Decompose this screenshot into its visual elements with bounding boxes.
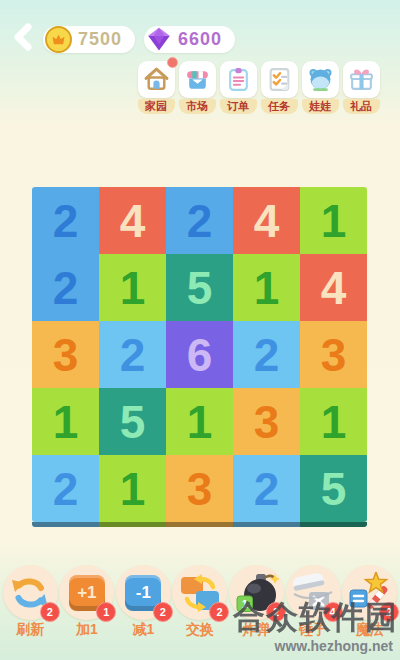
tile-r4c4[interactable]: 3: [233, 388, 300, 455]
tile-value: 3: [187, 466, 213, 512]
tile-r4c3[interactable]: 1: [166, 388, 233, 455]
tile-value: 1: [53, 399, 79, 445]
notification-dot: [167, 57, 178, 68]
coin-value: 7500: [78, 29, 122, 50]
tool-magic-button[interactable]: 2: [342, 565, 397, 620]
svg-text:1: 1: [241, 598, 247, 610]
tile-r2c3[interactable]: 5: [166, 254, 233, 321]
market-stall-icon: [179, 61, 216, 98]
board-grid: 2424121514326231513121325: [32, 187, 367, 522]
tile-r1c4[interactable]: 4: [233, 187, 300, 254]
tool-label: 锤子: [299, 621, 327, 639]
tool-label: 刷新: [16, 621, 44, 639]
menu-item-label: 订单: [220, 99, 257, 114]
tile-r3c1[interactable]: 3: [32, 321, 99, 388]
board-bottom-shadow: [32, 522, 367, 527]
menu-row: 家园市场订单任务娃娃礼品: [137, 61, 380, 114]
tool-minus-one[interactable]: -12减1: [115, 565, 171, 639]
tile-value: 1: [321, 399, 347, 445]
tile-value: 4: [254, 198, 280, 244]
tile-r1c3[interactable]: 2: [166, 187, 233, 254]
checklist-icon: [261, 61, 298, 98]
gem-value: 6600: [178, 29, 222, 50]
gold-coin-crown-icon: [45, 26, 72, 53]
tool-count-badge: 2: [209, 602, 229, 622]
tile-r3c2[interactable]: 2: [99, 321, 166, 388]
tool-swap[interactable]: 2交换: [172, 565, 228, 639]
tile-value: 1: [254, 265, 280, 311]
tile-value: 2: [120, 332, 146, 378]
gem-counter[interactable]: 6600: [144, 26, 235, 53]
game-screen: 7500 6600 家园市场订单任务娃娃礼品 24241215143262315…: [0, 0, 400, 660]
tile-value: 5: [120, 399, 146, 445]
tile-r1c5[interactable]: 1: [300, 187, 367, 254]
tool-bomb[interactable]: 12炸弹: [229, 565, 285, 639]
tile-value: 2: [254, 332, 280, 378]
bear-doll-icon: [302, 61, 339, 98]
gift-box-icon: [343, 61, 380, 98]
coin-counter[interactable]: 7500: [43, 26, 135, 53]
tile-value: 1: [321, 198, 347, 244]
tile-r4c5[interactable]: 1: [300, 388, 367, 455]
tool-hammer-button[interactable]: 4: [286, 565, 341, 620]
tool-bar: 2刷新+11加1-12减12交换12炸弹4锤子2魔法: [0, 565, 400, 639]
tile-value: 1: [187, 399, 213, 445]
menu-item-market[interactable]: 市场: [178, 61, 216, 114]
menu-item-label: 任务: [261, 99, 298, 114]
tool-hammer[interactable]: 4锤子: [285, 565, 341, 639]
tool-count-badge: 1: [96, 602, 116, 622]
tool-count-badge: 4: [323, 602, 343, 622]
tile-value: 1: [120, 265, 146, 311]
menu-item-label: 市场: [179, 99, 216, 114]
top-bar: 7500 6600: [10, 25, 235, 53]
tool-minus-one-button[interactable]: -12: [116, 565, 171, 620]
purple-gem-icon: [146, 26, 172, 52]
tile-r3c5[interactable]: 3: [300, 321, 367, 388]
tile-value: 2: [187, 198, 213, 244]
watermark-url: www.hezhong.net: [233, 638, 398, 654]
tile-r5c5[interactable]: 5: [300, 455, 367, 522]
tile-r5c2[interactable]: 1: [99, 455, 166, 522]
tile-r2c5[interactable]: 4: [300, 254, 367, 321]
tool-refresh[interactable]: 2刷新: [2, 565, 58, 639]
tool-label: 魔法: [356, 621, 384, 639]
tile-value: 3: [254, 399, 280, 445]
chevron-left-icon: [11, 23, 33, 55]
tile-r2c2[interactable]: 1: [99, 254, 166, 321]
tile-value: 6: [187, 332, 213, 378]
menu-item-gifts[interactable]: 礼品: [342, 61, 380, 114]
back-button[interactable]: [10, 25, 34, 53]
menu-item-label: 礼品: [343, 99, 380, 114]
tool-count-badge: 2: [266, 602, 286, 622]
tool-label: 减1: [133, 621, 155, 639]
tool-count-badge: 2: [379, 602, 399, 622]
tile-r4c1[interactable]: 1: [32, 388, 99, 455]
menu-item-tasks[interactable]: 任务: [260, 61, 298, 114]
tool-count-badge: 2: [40, 602, 60, 622]
puzzle-board: 2424121514326231513121325: [32, 187, 367, 522]
tool-label: 炸弹: [243, 621, 271, 639]
tile-value: 3: [321, 332, 347, 378]
tile-r2c1[interactable]: 2: [32, 254, 99, 321]
tool-count-badge: 2: [153, 602, 173, 622]
tile-value: 2: [254, 466, 280, 512]
tile-value: 1: [120, 466, 146, 512]
tile-value: 2: [53, 198, 79, 244]
tile-value: 4: [120, 198, 146, 244]
tool-add-one[interactable]: +11加1: [59, 565, 115, 639]
tile-value: 5: [187, 265, 213, 311]
menu-item-dolls[interactable]: 娃娃: [301, 61, 339, 114]
tile-r5c3[interactable]: 3: [166, 455, 233, 522]
tool-label: 加1: [76, 621, 98, 639]
tile-r5c1[interactable]: 2: [32, 455, 99, 522]
tile-r1c1[interactable]: 2: [32, 187, 99, 254]
tool-bomb-button[interactable]: 12: [229, 565, 284, 620]
tool-add-one-button[interactable]: +11: [59, 565, 114, 620]
tile-r5c4[interactable]: 2: [233, 455, 300, 522]
menu-item-home[interactable]: 家园: [137, 61, 175, 114]
tile-r2c4[interactable]: 1: [233, 254, 300, 321]
tool-refresh-button[interactable]: 2: [3, 565, 58, 620]
tile-value: 2: [53, 265, 79, 311]
tool-magic[interactable]: 2魔法: [342, 565, 398, 639]
tile-value: 2: [53, 466, 79, 512]
tile-r1c2[interactable]: 4: [99, 187, 166, 254]
tile-r3c3[interactable]: 6: [166, 321, 233, 388]
clipboard-icon: [220, 61, 257, 98]
tool-label: 交换: [186, 621, 214, 639]
menu-item-orders[interactable]: 订单: [219, 61, 257, 114]
menu-item-label: 娃娃: [302, 99, 339, 114]
tile-value: 5: [321, 466, 347, 512]
tile-r3c4[interactable]: 2: [233, 321, 300, 388]
tool-swap-button[interactable]: 2: [172, 565, 227, 620]
menu-item-label: 家园: [138, 99, 175, 114]
tile-value: 4: [321, 265, 347, 311]
tile-r4c2[interactable]: 5: [99, 388, 166, 455]
tile-value: 3: [53, 332, 79, 378]
